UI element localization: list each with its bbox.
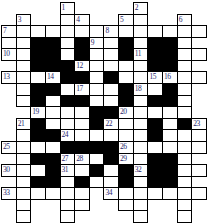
crossword-cell[interactable] [191, 187, 207, 200]
crossword-cell[interactable] [147, 187, 163, 200]
clue-number: 12 [76, 61, 83, 70]
clue-number: 32 [135, 165, 142, 174]
crossword-puzzle: 1234567891011121314151617181920212223242… [0, 0, 207, 223]
clue-number: 17 [76, 84, 83, 93]
crossword-cell[interactable] [16, 95, 32, 108]
clue-number: 27 [62, 154, 69, 163]
crossword-cell[interactable] [191, 48, 207, 61]
clue-number: 4 [76, 15, 79, 24]
clue-number: 30 [3, 165, 10, 174]
crossword-cell[interactable] [16, 210, 32, 223]
clue-number: 23 [193, 119, 200, 128]
crossword-cell[interactable]: 30 [1, 164, 17, 177]
clue-number: 20 [120, 107, 127, 116]
clue-number: 13 [3, 72, 10, 81]
clue-number: 9 [91, 38, 94, 47]
clue-number: 21 [18, 119, 25, 128]
clue-number: 24 [62, 130, 69, 139]
crossword-cell[interactable] [191, 164, 207, 177]
crossword-grid: 1234567891011121314151617181920212223242… [0, 0, 207, 223]
crossword-cell[interactable]: 13 [1, 71, 17, 84]
clue-number: 14 [47, 72, 54, 81]
clue-number: 8 [105, 26, 108, 35]
crossword-cell[interactable] [191, 71, 207, 84]
crossword-cell[interactable] [191, 141, 207, 154]
crossword-cell[interactable] [89, 176, 105, 189]
clue-number: 5 [120, 15, 123, 24]
clue-number: 2 [135, 3, 138, 12]
clue-number: 7 [3, 26, 6, 35]
crossword-cell[interactable] [45, 187, 61, 200]
clue-number: 33 [3, 188, 10, 197]
clue-number: 1 [62, 3, 65, 12]
clue-number: 6 [179, 15, 182, 24]
clue-number: 22 [105, 119, 112, 128]
clue-number: 3 [18, 15, 21, 24]
crossword-cell[interactable]: 34 [103, 187, 119, 200]
crossword-cell[interactable] [60, 210, 76, 223]
crossword-cell[interactable]: 25 [1, 141, 17, 154]
clue-number: 25 [3, 142, 10, 151]
clue-number: 18 [135, 84, 142, 93]
clue-number: 19 [32, 107, 39, 116]
crossword-cell[interactable] [162, 187, 178, 200]
crossword-cell[interactable] [177, 210, 193, 223]
clue-number: 31 [62, 165, 69, 174]
clue-number: 16 [164, 72, 171, 81]
crossword-cell[interactable]: 33 [1, 187, 17, 200]
clue-number: 28 [76, 154, 83, 163]
clue-number: 26 [120, 142, 127, 151]
crossword-cell[interactable] [118, 199, 134, 212]
crossword-cell[interactable] [30, 187, 46, 200]
clue-number: 10 [3, 49, 10, 58]
crossword-cell[interactable]: 10 [1, 48, 17, 61]
clue-number: 34 [105, 188, 112, 197]
crossword-cell[interactable] [74, 199, 90, 212]
clue-number: 11 [135, 49, 141, 58]
clue-number: 15 [149, 72, 156, 81]
crossword-cell[interactable] [191, 25, 207, 38]
clue-number: 29 [120, 154, 127, 163]
crossword-cell[interactable] [133, 210, 149, 223]
